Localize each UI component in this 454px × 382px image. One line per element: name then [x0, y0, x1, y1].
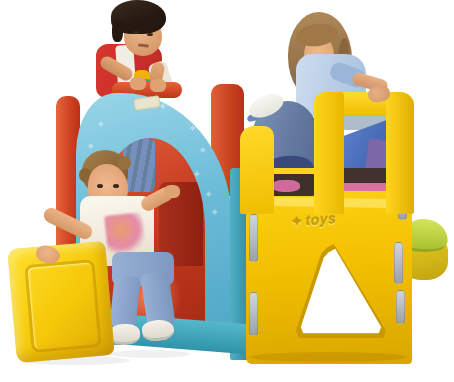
toddler-eye — [113, 184, 119, 188]
embossed-star-icon: ✦ — [188, 122, 197, 135]
grip-slot — [249, 292, 258, 336]
boy-eye — [147, 33, 153, 36]
railing-right-post — [386, 92, 414, 214]
brand-logo: ✦ toys — [289, 202, 361, 237]
door-inner-panel — [24, 259, 101, 353]
toddler-shirt-print — [104, 212, 146, 254]
toddler-left-leg — [109, 275, 140, 329]
grip-slot — [394, 242, 403, 284]
toddler-eye — [97, 184, 103, 188]
brand-logo-text: toys — [305, 210, 337, 228]
boy-eye — [133, 31, 139, 34]
railing-left-post — [240, 126, 274, 214]
inner-slide-pink — [272, 180, 300, 192]
embossed-star-icon: ✦ — [86, 140, 95, 153]
boy-hand — [150, 79, 166, 92]
ground-shadow — [110, 350, 190, 358]
grip-slot — [396, 290, 405, 324]
inner-slide-pink-strip — [344, 183, 386, 191]
embossed-star-icon: ✦ — [96, 118, 105, 131]
toddler-left-hand — [164, 185, 180, 198]
brand-star-icon: ✦ — [289, 211, 304, 231]
grip-slot — [249, 214, 258, 262]
embossed-star-icon: ✦ — [198, 144, 207, 157]
embossed-star-icon: ✦ — [210, 206, 219, 219]
railing-middle-post — [314, 92, 344, 214]
embossed-star-icon: ✦ — [204, 188, 213, 201]
boy-hand — [130, 77, 146, 90]
boy-hair-sideburn — [112, 20, 123, 42]
product-photo-stage: ✦ ✦ ✦ ✦ ✦ ✦ ✦ ✦ ✦ ✦ ✦ toys — [0, 0, 454, 382]
tower-ground-shadow — [250, 352, 406, 362]
